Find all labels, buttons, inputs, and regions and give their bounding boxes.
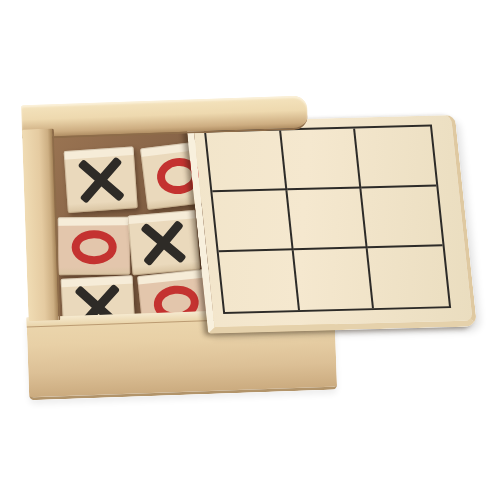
grid-cell-r2c3[interactable] (362, 186, 443, 248)
grid-cell-r3c1[interactable] (219, 250, 300, 312)
tic-tac-toe-grid (204, 125, 451, 315)
grid-cell-r2c2[interactable] (287, 188, 368, 250)
game-block[interactable] (58, 217, 131, 276)
grid-cell-r1c1[interactable] (206, 131, 287, 193)
grid-cell-r3c2[interactable] (293, 248, 374, 310)
grid-cell-r3c3[interactable] (368, 246, 449, 308)
grid-cell-r1c3[interactable] (355, 127, 436, 189)
product-photo (0, 0, 500, 500)
game-block[interactable] (64, 146, 138, 213)
grid-cell-r1c2[interactable] (281, 129, 362, 191)
game-block[interactable] (127, 210, 200, 276)
o-icon (72, 230, 117, 264)
sliding-lid[interactable] (186, 115, 477, 334)
grid-cell-r2c1[interactable] (212, 190, 293, 252)
